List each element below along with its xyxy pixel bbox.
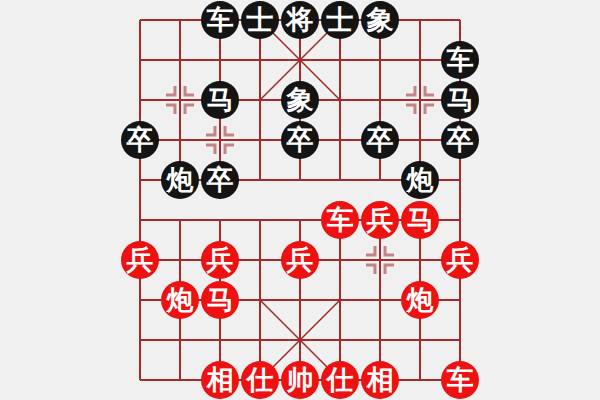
piece-black-elephant[interactable]: 象 bbox=[361, 1, 399, 39]
piece-red-pawn[interactable]: 兵 bbox=[201, 241, 239, 279]
piece-red-pawn[interactable]: 兵 bbox=[121, 241, 159, 279]
piece-black-chariot[interactable]: 车 bbox=[201, 1, 239, 39]
xiangqi-app: { "game": "xiangqi", "position": { "fen"… bbox=[0, 0, 600, 400]
piece-black-elephant[interactable]: 象 bbox=[281, 81, 319, 119]
piece-red-advisor[interactable]: 仕 bbox=[321, 361, 359, 399]
piece-black-horse[interactable]: 马 bbox=[441, 81, 479, 119]
piece-black-advisor[interactable]: 士 bbox=[241, 1, 279, 39]
xiangqi-board[interactable]: 车士将士象车马象马卒卒卒卒炮卒炮车兵马兵兵兵兵炮马炮相仕帅仕相车 bbox=[120, 0, 480, 400]
piece-black-cannon[interactable]: 炮 bbox=[401, 161, 439, 199]
piece-red-pawn[interactable]: 兵 bbox=[441, 241, 479, 279]
piece-red-chariot[interactable]: 车 bbox=[321, 201, 359, 239]
piece-black-chariot[interactable]: 车 bbox=[441, 41, 479, 79]
piece-black-pawn[interactable]: 卒 bbox=[121, 121, 159, 159]
piece-red-cannon[interactable]: 炮 bbox=[401, 281, 439, 319]
piece-red-chariot[interactable]: 车 bbox=[441, 361, 479, 399]
piece-red-advisor[interactable]: 仕 bbox=[241, 361, 279, 399]
piece-black-horse[interactable]: 马 bbox=[201, 81, 239, 119]
piece-black-pawn[interactable]: 卒 bbox=[441, 121, 479, 159]
piece-red-horse[interactable]: 马 bbox=[201, 281, 239, 319]
piece-black-cannon[interactable]: 炮 bbox=[161, 161, 199, 199]
piece-red-elephant[interactable]: 相 bbox=[361, 361, 399, 399]
piece-black-pawn[interactable]: 卒 bbox=[281, 121, 319, 159]
piece-black-advisor[interactable]: 士 bbox=[321, 1, 359, 39]
piece-black-pawn[interactable]: 卒 bbox=[201, 161, 239, 199]
piece-black-pawn[interactable]: 卒 bbox=[361, 121, 399, 159]
piece-red-pawn[interactable]: 兵 bbox=[281, 241, 319, 279]
pieces-layer: 车士将士象车马象马卒卒卒卒炮卒炮车兵马兵兵兵兵炮马炮相仕帅仕相车 bbox=[120, 0, 480, 400]
piece-red-pawn[interactable]: 兵 bbox=[361, 201, 399, 239]
piece-red-horse[interactable]: 马 bbox=[401, 201, 439, 239]
piece-red-elephant[interactable]: 相 bbox=[201, 361, 239, 399]
piece-red-general[interactable]: 帅 bbox=[281, 361, 319, 399]
piece-red-cannon[interactable]: 炮 bbox=[161, 281, 199, 319]
piece-black-general[interactable]: 将 bbox=[281, 1, 319, 39]
